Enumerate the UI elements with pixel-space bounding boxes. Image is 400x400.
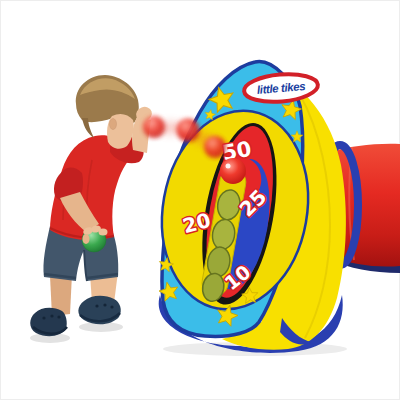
red-ball-blur-2	[177, 119, 200, 142]
scene-canvas: little tikes 50 25 20 10	[0, 0, 400, 400]
red-ball-blur-3	[204, 136, 226, 158]
clog-hole	[110, 305, 113, 308]
clog-hole	[95, 304, 98, 307]
clog-hole	[50, 314, 53, 317]
product-photo: little tikes 50 25 20 10	[0, 0, 400, 400]
ball-highlight	[226, 164, 231, 169]
red-ball-blur-1	[143, 116, 165, 138]
clog-hole	[103, 303, 106, 306]
red-ball-on-bullseye	[220, 158, 246, 184]
clog-hole	[42, 316, 45, 319]
boy	[30, 75, 154, 336]
clog-hole	[57, 315, 60, 318]
boy-ear	[110, 119, 117, 130]
finger	[99, 229, 108, 236]
play-tent: little tikes 50 25 20 10	[143, 62, 400, 353]
thumb	[83, 234, 90, 244]
